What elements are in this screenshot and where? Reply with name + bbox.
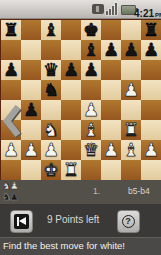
- square-c4[interactable]: [41, 100, 61, 120]
- captured-black-pawn-icon: ♟: [10, 191, 18, 202]
- instruction-text: Find the best move for white!: [0, 238, 161, 254]
- signal-strength-icon: [106, 3, 119, 15]
- square-b2[interactable]: ♟: [21, 140, 41, 160]
- square-f8[interactable]: [101, 20, 121, 40]
- black-pawn-piece: ♟: [141, 40, 161, 60]
- square-e7[interactable]: ♝: [81, 40, 101, 60]
- square-f6[interactable]: [101, 60, 121, 80]
- square-e1[interactable]: [81, 160, 101, 180]
- square-g5[interactable]: ♟: [121, 80, 141, 100]
- square-a1[interactable]: [1, 160, 21, 180]
- square-c7[interactable]: [41, 40, 61, 60]
- square-h5[interactable]: [141, 80, 161, 100]
- square-g1[interactable]: [121, 160, 141, 180]
- captured-black-knight-icon: ♞: [2, 191, 10, 202]
- black-bishop-piece: ♝: [81, 40, 101, 60]
- square-d6[interactable]: ♟: [61, 60, 81, 80]
- points-left-label: 9 Points left: [47, 214, 99, 225]
- white-bishop-piece: ♝: [121, 140, 141, 160]
- captured-by-white-row: ♞♟: [2, 192, 18, 203]
- black-rook-piece: ♜: [1, 20, 21, 40]
- white-pawn-piece: ♟: [81, 100, 101, 120]
- square-f5[interactable]: [101, 80, 121, 100]
- square-e5[interactable]: [81, 80, 101, 100]
- rewind-button[interactable]: [10, 210, 33, 233]
- black-queen-piece: ♛: [41, 60, 61, 80]
- black-pawn-piece: ♟: [121, 40, 141, 60]
- square-c1[interactable]: ♚: [41, 160, 61, 180]
- status-bar: 4:21PM: [0, 0, 161, 19]
- square-h2[interactable]: ♟: [141, 140, 161, 160]
- square-e6[interactable]: ♟: [81, 60, 101, 80]
- captured-white-knight-icon: ♞: [2, 180, 10, 191]
- white-pawn-piece: ♟: [41, 140, 61, 160]
- square-d3[interactable]: [61, 120, 81, 140]
- black-pawn-piece: ♟: [81, 60, 101, 80]
- square-h4[interactable]: [141, 100, 161, 120]
- white-pawn-piece: ♟: [121, 80, 141, 100]
- white-knight-piece: ♞: [41, 120, 61, 140]
- square-h3[interactable]: [141, 120, 161, 140]
- chess-board: ♜♝♚♜♝♟♟♟♟♛♟♟♞♟♟♟♞♝♜♟♟♟♛♟♝♟♚♜: [0, 19, 161, 180]
- square-b7[interactable]: [21, 40, 41, 60]
- square-d8[interactable]: [61, 20, 81, 40]
- square-b8[interactable]: [21, 20, 41, 40]
- square-h7[interactable]: ♟: [141, 40, 161, 60]
- square-b4[interactable]: ♟: [21, 100, 41, 120]
- black-pawn-piece: ♟: [61, 60, 81, 80]
- square-g2[interactable]: ♝: [121, 140, 141, 160]
- black-rook-piece: ♜: [141, 20, 161, 40]
- square-b1[interactable]: [21, 160, 41, 180]
- square-e2[interactable]: ♛: [81, 140, 101, 160]
- black-pawn-piece: ♟: [1, 60, 21, 80]
- square-d1[interactable]: ♜: [61, 160, 81, 180]
- square-e8[interactable]: ♚: [81, 20, 101, 40]
- square-f7[interactable]: ♟: [101, 40, 121, 60]
- square-e4[interactable]: ♟: [81, 100, 101, 120]
- square-d2[interactable]: [61, 140, 81, 160]
- square-h6[interactable]: [141, 60, 161, 80]
- question-mark-icon: ?: [122, 215, 135, 228]
- black-bishop-piece: ♝: [41, 20, 61, 40]
- square-c8[interactable]: ♝: [41, 20, 61, 40]
- square-g8[interactable]: [121, 20, 141, 40]
- square-b6[interactable]: [21, 60, 41, 80]
- captured-pieces-tray: ♞♟ ♞♟: [2, 181, 18, 203]
- clock-ampm: PM: [155, 12, 161, 18]
- square-h8[interactable]: ♜: [141, 20, 161, 40]
- square-c3[interactable]: ♞: [41, 120, 61, 140]
- white-queen-piece: ♛: [81, 140, 101, 160]
- square-b3[interactable]: [21, 120, 41, 140]
- square-g4[interactable]: [121, 100, 141, 120]
- square-d4[interactable]: [61, 100, 81, 120]
- usb-icon: [92, 4, 104, 14]
- white-king-piece: ♚: [41, 160, 61, 180]
- white-pawn-piece: ♟: [101, 140, 121, 160]
- status-message-bar: Find the best move for white!: [0, 237, 161, 255]
- white-rook-piece: ♜: [61, 160, 81, 180]
- black-pawn-piece: ♟: [21, 100, 41, 120]
- square-g7[interactable]: ♟: [121, 40, 141, 60]
- white-bishop-piece: ♝: [81, 120, 101, 140]
- white-pawn-piece: ♟: [21, 140, 41, 160]
- square-d7[interactable]: [61, 40, 81, 60]
- square-d5[interactable]: [61, 80, 81, 100]
- square-c2[interactable]: ♟: [41, 140, 61, 160]
- square-a6[interactable]: ♟: [1, 60, 21, 80]
- chevron-left-icon: [0, 102, 23, 140]
- captured-white-pawn-icon: ♟: [10, 180, 18, 191]
- last-move: b5-b4: [128, 186, 150, 196]
- square-a2[interactable]: ♟: [1, 140, 21, 160]
- square-a8[interactable]: ♜: [1, 20, 21, 40]
- help-button[interactable]: ?: [117, 210, 140, 233]
- square-h1[interactable]: [141, 160, 161, 180]
- square-c6[interactable]: ♛: [41, 60, 61, 80]
- black-king-piece: ♚: [81, 20, 101, 40]
- clock-time: 4:21: [134, 8, 154, 19]
- square-a5[interactable]: [1, 80, 21, 100]
- move-number: 1.: [93, 186, 100, 196]
- square-b5[interactable]: [21, 80, 41, 100]
- square-f3[interactable]: [101, 120, 121, 140]
- black-pawn-piece: ♟: [101, 40, 121, 60]
- skip-to-start-icon: [14, 214, 29, 229]
- square-f4[interactable]: [101, 100, 121, 120]
- white-pawn-piece: ♟: [1, 140, 21, 160]
- phone-screen: 4:21PM ♜♝♚♜♝♟♟♟♟♛♟♟♞♟♟♟♞♝♜♟♟♟♛♟♝♟♚♜ ♞♟ ♞…: [0, 0, 161, 255]
- white-pawn-piece: ♟: [141, 140, 161, 160]
- move-history-bar: ♞♟ ♞♟ 1. b5-b4: [0, 180, 161, 204]
- square-f1[interactable]: [101, 160, 121, 180]
- black-knight-piece: ♞: [41, 80, 61, 100]
- previous-move-arrow[interactable]: [0, 102, 23, 140]
- square-f2[interactable]: ♟: [101, 140, 121, 160]
- square-g3[interactable]: ♜: [121, 120, 141, 140]
- square-g6[interactable]: [121, 60, 141, 80]
- toolbar: 9 Points left ?: [0, 204, 161, 237]
- square-a7[interactable]: [1, 40, 21, 60]
- square-c5[interactable]: ♞: [41, 80, 61, 100]
- white-rook-piece: ♜: [121, 120, 141, 140]
- square-e3[interactable]: ♝: [81, 120, 101, 140]
